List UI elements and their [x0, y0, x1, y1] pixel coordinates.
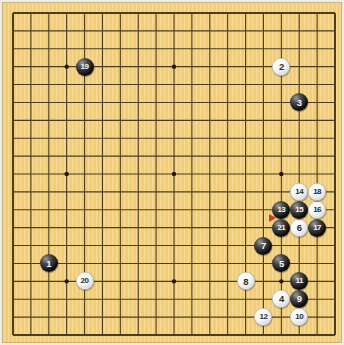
stone-move-number: 11	[295, 277, 302, 285]
stone-move-number: 15	[295, 206, 303, 214]
stone-white-16[interactable]: 16	[308, 201, 326, 219]
stone-white-20[interactable]: 20	[76, 272, 94, 290]
star-point	[172, 279, 176, 283]
stone-white-6[interactable]: 6	[290, 219, 308, 237]
stone-move-number: 17	[313, 224, 321, 232]
stone-white-8[interactable]: 8	[237, 272, 255, 290]
go-board-diagram: 123456789101112131415161718192021	[0, 0, 344, 345]
stone-move-number: 14	[295, 188, 303, 196]
stone-black-17[interactable]: 17	[308, 219, 326, 237]
last-move-marker-icon	[269, 214, 276, 222]
stone-move-number: 16	[313, 206, 321, 214]
star-point	[64, 279, 68, 283]
stone-move-number: 18	[313, 188, 321, 196]
stone-move-number: 8	[243, 277, 248, 287]
stone-move-number: 6	[297, 223, 302, 233]
stone-black-15[interactable]: 15	[290, 201, 308, 219]
stone-white-18[interactable]: 18	[308, 183, 326, 201]
stone-move-number: 4	[279, 294, 284, 304]
stone-move-number: 21	[277, 224, 285, 232]
stone-black-19[interactable]: 19	[76, 58, 94, 76]
stone-move-number: 10	[295, 313, 303, 321]
stone-move-number: 3	[297, 98, 302, 108]
stone-move-number: 13	[277, 206, 285, 214]
star-point	[64, 64, 68, 68]
stone-move-number: 1	[46, 259, 51, 269]
stone-white-14[interactable]: 14	[290, 183, 308, 201]
star-point	[172, 64, 176, 68]
stone-move-number: 19	[81, 63, 89, 71]
stone-move-number: 5	[279, 259, 284, 269]
stone-move-number: 7	[261, 241, 266, 251]
star-point	[279, 279, 283, 283]
stone-black-7[interactable]: 7	[254, 237, 272, 255]
stone-move-number: 9	[297, 294, 302, 304]
star-point	[279, 172, 283, 176]
star-point	[172, 172, 176, 176]
stone-white-2[interactable]: 2	[272, 58, 290, 76]
star-point	[64, 172, 68, 176]
stone-move-number: 12	[259, 313, 267, 321]
stone-move-number: 2	[279, 62, 284, 72]
stone-move-number: 20	[81, 277, 89, 285]
